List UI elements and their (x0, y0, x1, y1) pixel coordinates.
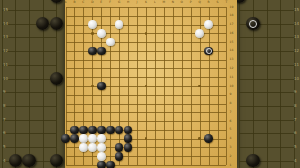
grid-line (2, 79, 57, 80)
grid-line (239, 147, 294, 148)
grid-line (2, 106, 57, 107)
dim-right-coordinate-label: 11 (294, 63, 299, 67)
dim-left-coordinate-label: 13 (3, 35, 8, 39)
top-coordinate-label: L (154, 1, 156, 4)
grid-line (239, 92, 294, 93)
dim-left-coordinate-label: 8 (3, 104, 6, 108)
grid-line (29, 0, 30, 168)
top-coordinate-label: K (145, 1, 147, 4)
grid-line (239, 0, 240, 168)
right-coordinate-label: 6 (230, 120, 232, 123)
dim-right-coordinate-label: 12 (294, 49, 299, 53)
grid-line (226, 7, 227, 165)
dimmed-right-board: 151413121110987654 (237, 0, 300, 168)
right-coordinate-label: 2 (230, 155, 232, 158)
grid-line (66, 42, 227, 43)
white-stone (97, 134, 106, 143)
white-stone (115, 20, 124, 29)
black-stone (88, 126, 97, 135)
grid-line (66, 7, 227, 8)
grid-line (66, 104, 227, 105)
top-coordinate-label: S (217, 1, 219, 4)
go-app-screen: 151413121110987654 ABCDEFGHJKLMNOPQRST19… (0, 0, 300, 168)
right-coordinate-label: 7 (230, 111, 232, 114)
dim-left-coordinate-label: 5 (3, 145, 6, 149)
black-stone (97, 82, 106, 91)
grid-line (2, 147, 57, 148)
black-stone (70, 126, 79, 135)
grid-line (66, 16, 227, 17)
dim-right-coordinate-label: 13 (294, 35, 299, 39)
black-stone (50, 154, 63, 167)
star-point (91, 32, 93, 34)
dim-left-coordinate-label: 12 (3, 49, 8, 53)
black-stone (124, 134, 133, 143)
right-coordinate-label: 13 (230, 58, 234, 61)
top-coordinate-label: B (73, 1, 75, 4)
grid-line (66, 95, 227, 96)
black-stone (204, 134, 213, 143)
black-stone (106, 161, 115, 168)
black-stone (36, 17, 49, 30)
grid-line (66, 77, 227, 78)
grid-line (66, 60, 227, 61)
main-go-board[interactable]: ABCDEFGHJKLMNOPQRST191817161514131211109… (65, 0, 237, 168)
dim-right-coordinate-label: 6 (294, 131, 297, 135)
grid-line (2, 51, 57, 52)
grid-line (66, 156, 227, 157)
top-coordinate-label: C (82, 1, 84, 4)
black-stone (246, 154, 259, 167)
dim-right-coordinate-label: 5 (294, 145, 297, 149)
black-stone (124, 126, 133, 135)
grid-line (239, 79, 294, 80)
black-stone (79, 126, 88, 135)
right-coordinate-label: 10 (230, 85, 234, 88)
top-coordinate-label: D (91, 1, 93, 4)
black-stone (237, 0, 246, 3)
top-coordinate-label: F (109, 1, 111, 4)
white-stone (88, 20, 97, 29)
star-point (198, 137, 200, 139)
black-stone (50, 72, 63, 85)
black-stone (97, 47, 106, 56)
grid-line (2, 37, 57, 38)
grid-line (66, 112, 227, 113)
grid-line (2, 65, 57, 66)
top-coordinate-label: A (64, 1, 66, 4)
white-stone (88, 134, 97, 143)
right-coordinate-label: 18 (230, 14, 234, 17)
star-point (145, 32, 147, 34)
right-coordinate-label: 1 (230, 164, 232, 167)
white-stone (79, 134, 88, 143)
black-stone (50, 0, 63, 3)
right-coordinate-label: 14 (230, 49, 234, 52)
dim-right-coordinate-label: 9 (294, 90, 297, 94)
top-coordinate-label: R (208, 1, 210, 4)
star-point (198, 85, 200, 87)
black-stone (61, 134, 70, 143)
right-coordinate-label: 17 (230, 23, 234, 26)
grid-line (2, 10, 57, 11)
top-coordinate-label: P (190, 1, 192, 4)
dim-left-coordinate-label: 9 (3, 90, 6, 94)
grid-line (267, 0, 268, 168)
dim-right-coordinate-label: 4 (294, 159, 297, 163)
top-coordinate-label: J (137, 1, 138, 4)
last-move-marker (249, 20, 257, 28)
white-stone (97, 143, 106, 152)
grid-line (2, 120, 57, 121)
grid-line (15, 0, 16, 168)
dim-right-coordinate-label: 8 (294, 104, 297, 108)
white-stone (79, 143, 88, 152)
star-point (91, 85, 93, 87)
dim-left-coordinate-label: 14 (3, 22, 8, 26)
top-coordinate-label: Q (198, 1, 200, 4)
black-stone (124, 143, 133, 152)
right-coordinate-label: 5 (230, 128, 232, 131)
right-coordinate-label: 12 (230, 67, 234, 70)
grid-line (66, 165, 227, 166)
top-coordinate-label: G (118, 1, 120, 4)
grid-line (66, 68, 227, 69)
dim-right-coordinate-label: 10 (294, 77, 299, 81)
grid-line (2, 133, 57, 134)
black-stone (97, 126, 106, 135)
grid-line (239, 37, 294, 38)
top-coordinate-label: O (181, 1, 183, 4)
grid-line (239, 133, 294, 134)
right-coordinate-label: 4 (230, 137, 232, 140)
grid-line (239, 120, 294, 121)
black-stone (115, 126, 124, 135)
top-coordinate-label: E (100, 1, 102, 4)
white-stone (97, 29, 106, 38)
grid-line (280, 0, 281, 168)
top-coordinate-label: T (226, 1, 228, 4)
black-stone (9, 154, 22, 167)
dim-right-coordinate-label: 14 (294, 22, 299, 26)
dim-right-coordinate-label: 7 (294, 118, 297, 122)
right-coordinate-label: 19 (230, 6, 234, 9)
black-stone (88, 47, 97, 56)
grid-line (239, 65, 294, 66)
dim-left-coordinate-label: 15 (3, 8, 8, 12)
white-stone (88, 143, 97, 152)
grid-line (239, 10, 294, 11)
last-move-marker (206, 48, 212, 54)
dimmed-left-board: 151413121110987654 (0, 0, 65, 168)
right-coordinate-label: 15 (230, 41, 234, 44)
dim-right-coordinate-label: 15 (294, 8, 299, 12)
grid-line (66, 121, 227, 122)
white-stone (97, 152, 106, 161)
dim-left-coordinate-label: 11 (3, 63, 8, 67)
star-point (145, 137, 147, 139)
black-stone (22, 154, 35, 167)
black-stone (70, 134, 79, 143)
right-coordinate-label: 8 (230, 102, 232, 105)
top-coordinate-label: H (127, 1, 129, 4)
black-stone (115, 152, 124, 161)
right-coordinate-label: 3 (230, 146, 232, 149)
black-stone (50, 17, 63, 30)
grid-line (239, 51, 294, 52)
dim-left-coordinate-label: 7 (3, 118, 6, 122)
dim-left-coordinate-label: 6 (3, 131, 6, 135)
white-stone (106, 38, 115, 47)
grid-line (2, 92, 57, 93)
white-stone (204, 20, 213, 29)
black-stone (97, 161, 106, 168)
black-stone (115, 143, 124, 152)
white-stone (195, 29, 204, 38)
grid-line (239, 106, 294, 107)
black-stone (106, 126, 115, 135)
right-coordinate-label: 16 (230, 32, 234, 35)
right-coordinate-label: 9 (230, 93, 232, 96)
dim-left-coordinate-label: 10 (3, 77, 8, 81)
top-coordinate-label: M (163, 1, 166, 4)
right-coordinate-label: 11 (230, 76, 234, 79)
dim-left-coordinate-label: 4 (3, 159, 6, 163)
top-coordinate-label: N (172, 1, 174, 4)
